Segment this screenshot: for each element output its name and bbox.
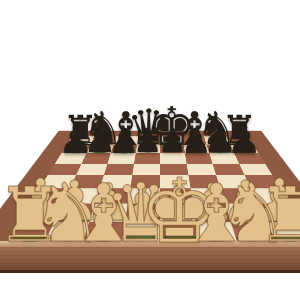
piece-white-rook[interactable]: ♜ (257, 178, 300, 254)
piece-layer: ♜♞♝♛♚♝♞♜♟♟♟♟♟♟♟♟♟♟♟♟♟♟♟♟♜♞♝♛♚♝♞♜ (0, 0, 300, 300)
piece-black-pawn[interactable]: ♟ (227, 120, 262, 159)
chess-set-photo: ♜♞♝♛♚♝♞♜♟♟♟♟♟♟♟♟♟♟♟♟♟♟♟♟♜♞♝♛♚♝♞♜ (0, 0, 300, 300)
